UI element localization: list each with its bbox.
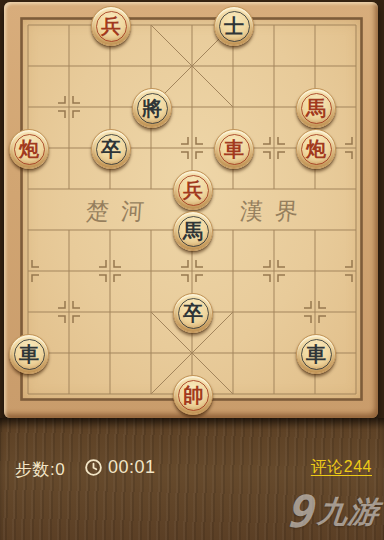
piece-black-卒[interactable]: 卒 (91, 129, 131, 169)
game-screen: 楚河 漢界 兵士將馬炮卒車炮兵馬卒車車帥 步数:0 00:01 评论244 9 … (0, 0, 384, 540)
piece-black-車[interactable]: 車 (9, 334, 49, 374)
watermark-9game: 9 九游 (287, 490, 381, 534)
clock-icon (84, 458, 103, 477)
piece-black-將[interactable]: 將 (132, 88, 172, 128)
timer: 00:01 (84, 457, 156, 478)
piece-red-馬[interactable]: 馬 (296, 88, 336, 128)
piece-red-車[interactable]: 車 (214, 129, 254, 169)
watermark-text: 九游 (315, 497, 380, 527)
river-label-right: 漢界 (229, 196, 321, 226)
piece-black-馬[interactable]: 馬 (173, 211, 213, 251)
status-bar: 步数:0 00:01 评论244 9 九游 (0, 418, 384, 540)
piece-red-帥[interactable]: 帥 (173, 375, 213, 415)
piece-black-卒[interactable]: 卒 (173, 293, 213, 333)
piece-black-車[interactable]: 車 (296, 334, 336, 374)
piece-red-兵[interactable]: 兵 (91, 6, 131, 46)
piece-red-炮[interactable]: 炮 (9, 129, 49, 169)
xiangqi-board[interactable]: 楚河 漢界 兵士將馬炮卒車炮兵馬卒車車帥 (4, 2, 378, 418)
piece-red-兵[interactable]: 兵 (173, 170, 213, 210)
river-label-left: 楚河 (75, 196, 167, 226)
comments-link[interactable]: 评论244 (311, 457, 372, 478)
piece-red-炮[interactable]: 炮 (296, 129, 336, 169)
move-counter: 步数:0 (15, 458, 65, 481)
piece-black-士[interactable]: 士 (214, 6, 254, 46)
9game-logo-icon: 9 (287, 490, 318, 534)
timer-value: 00:01 (108, 457, 156, 478)
